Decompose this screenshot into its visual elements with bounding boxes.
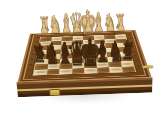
piece-layer: ♜♞♝♛♚♝♞♜♟♟♟♟♟♟♟♟♟♟♟♟♟♟♟♟♜♞♝♛♚♝♞♜ (18, 30, 152, 82)
brass-latch-icon (49, 89, 61, 96)
chess-board: ♜♞♝♛♚♝♞♜♟♟♟♟♟♟♟♟♟♟♟♟♟♟♟♟♜♞♝♛♚♝♞♜ (18, 30, 152, 82)
brass-hinge-icon (142, 65, 153, 68)
chess-set-photo: ♜♞♝♛♚♝♞♜♟♟♟♟♟♟♟♟♟♟♟♟♟♟♟♟♜♞♝♛♚♝♞♜ (0, 0, 166, 120)
board-perspective-wrap: ♜♞♝♛♚♝♞♜♟♟♟♟♟♟♟♟♟♟♟♟♟♟♟♟♜♞♝♛♚♝♞♜ (0, 0, 166, 120)
